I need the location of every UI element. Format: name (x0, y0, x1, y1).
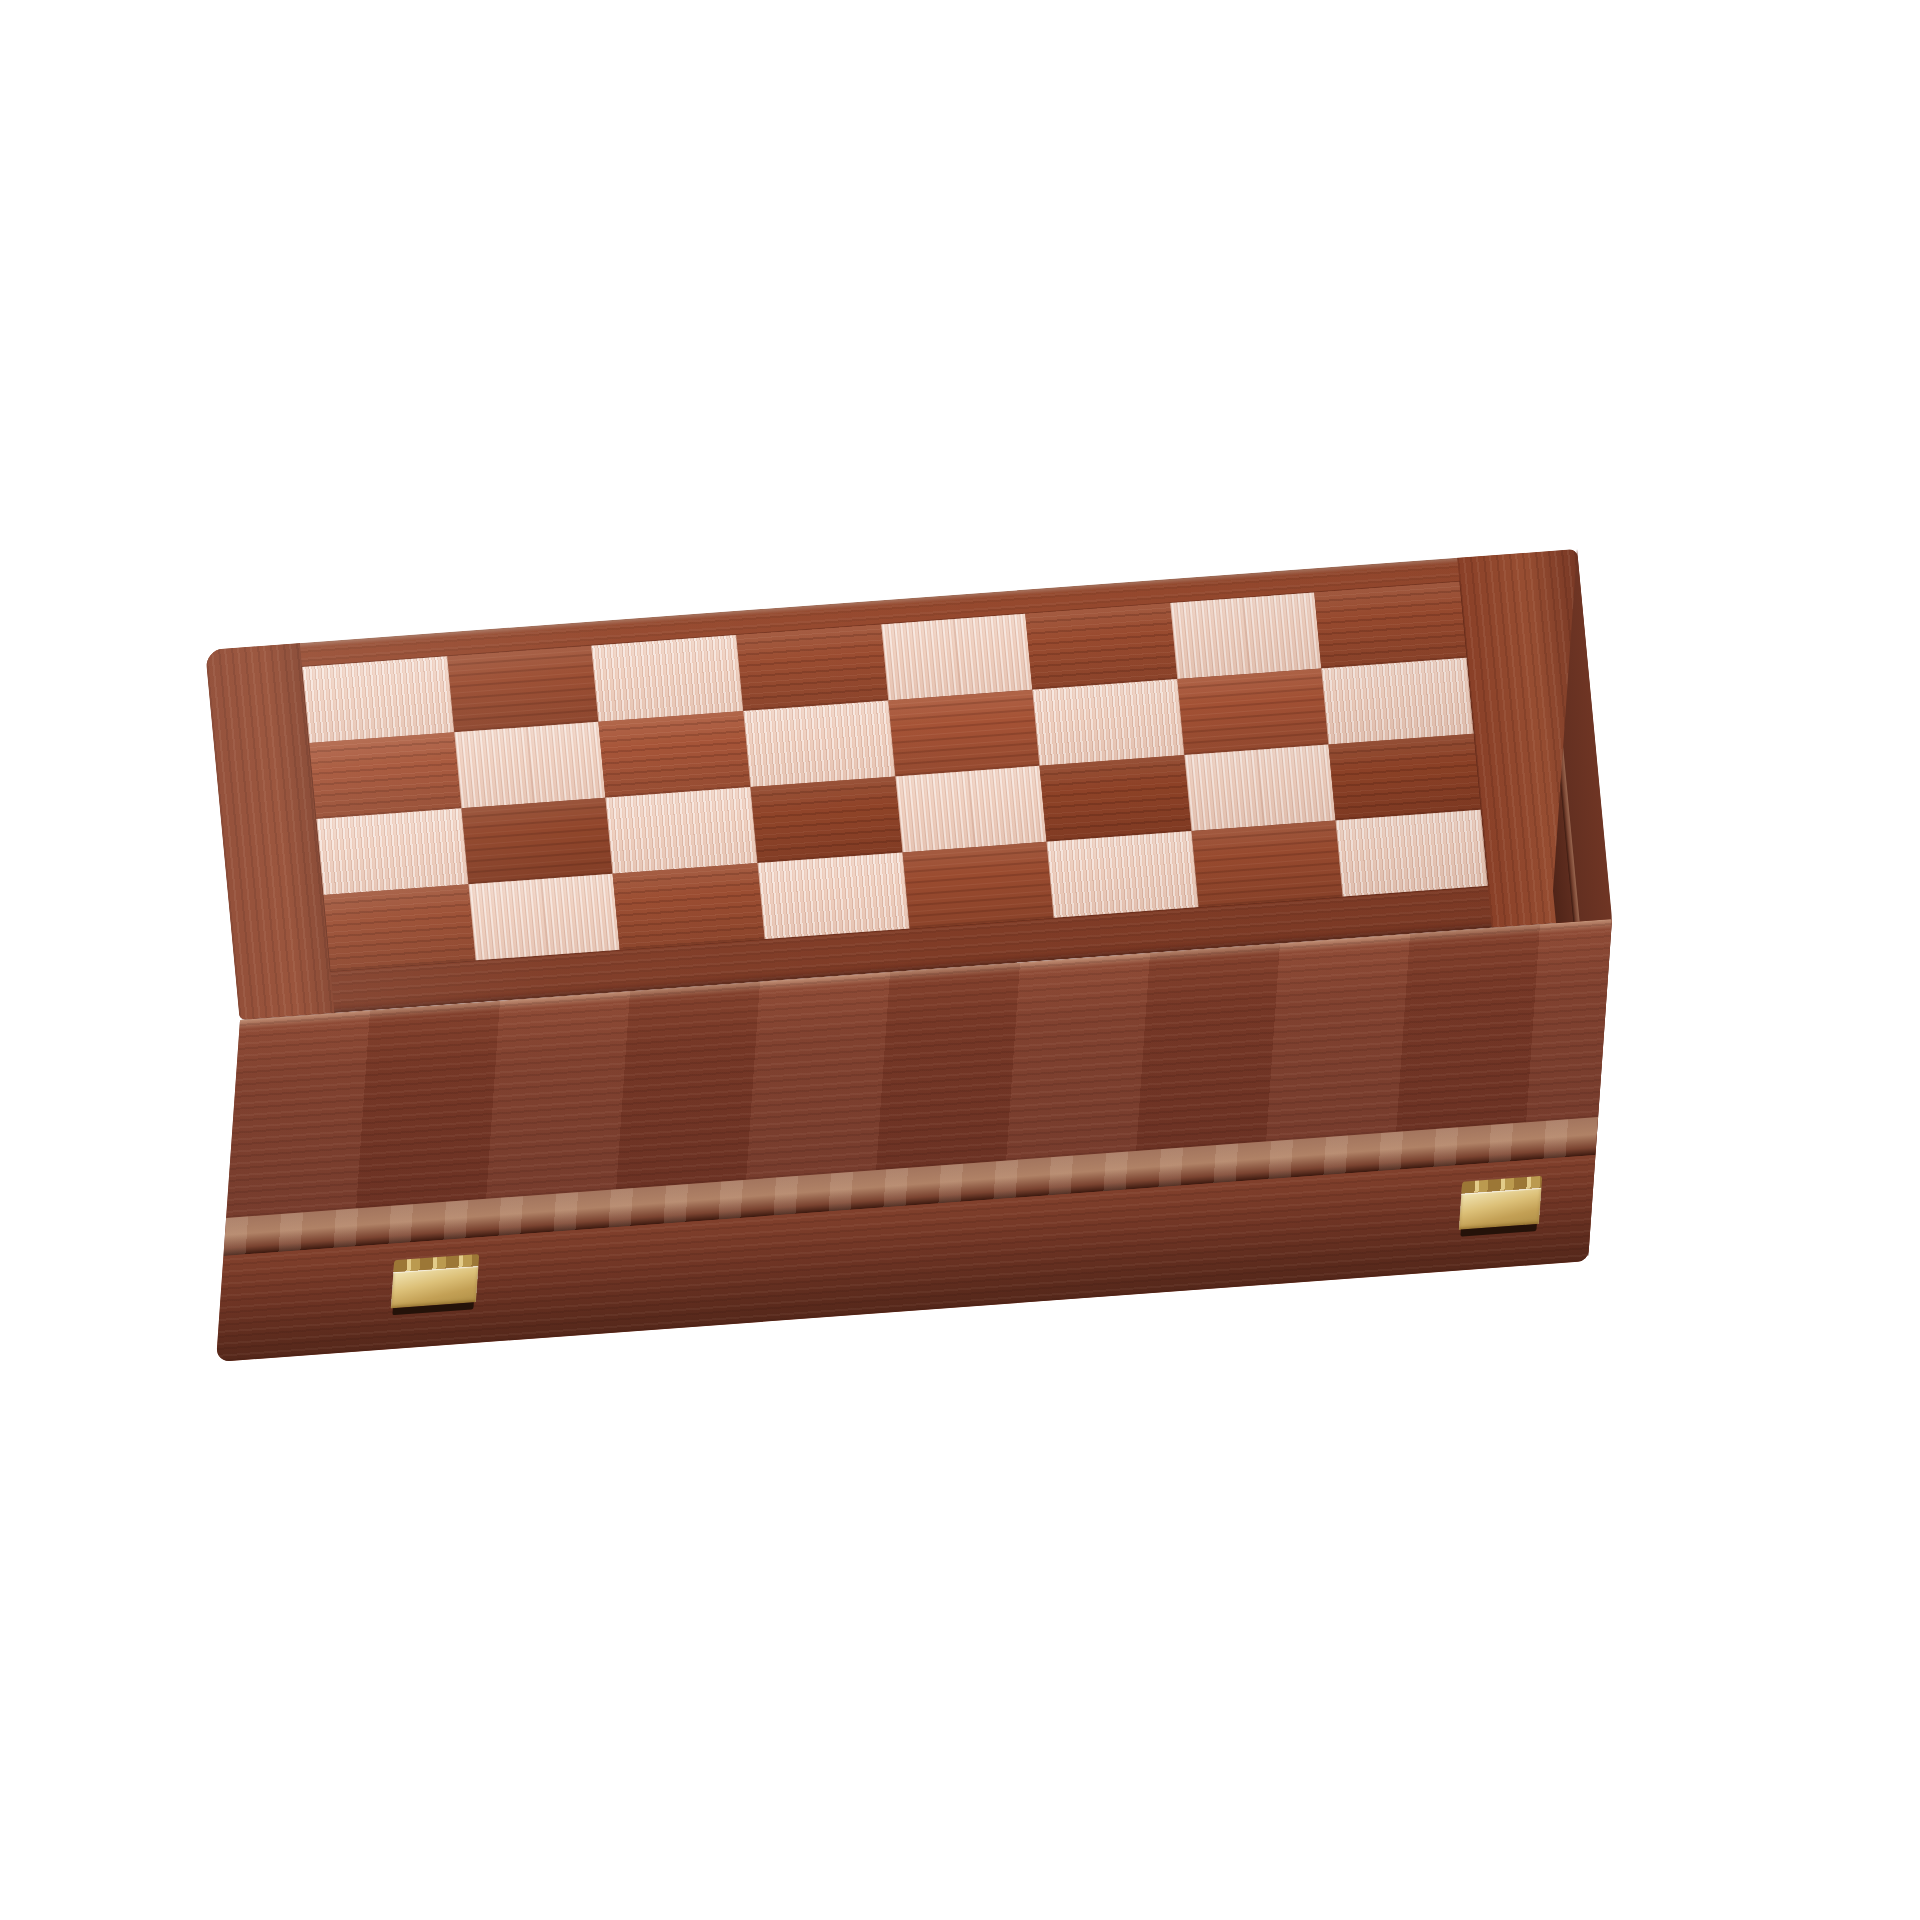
board-square (736, 624, 888, 711)
board-square (1315, 582, 1467, 669)
board-square (1040, 755, 1192, 842)
board-square (324, 884, 476, 971)
board-square (606, 787, 758, 874)
board-square (1032, 679, 1184, 766)
board-square (1047, 831, 1199, 918)
chessboard-half-grid (302, 582, 1487, 971)
board-square (302, 656, 454, 743)
board-square (895, 766, 1047, 853)
board-square (468, 874, 620, 961)
brass-clasp-left (390, 1254, 479, 1315)
board-square (454, 722, 606, 809)
board-square (1322, 658, 1474, 745)
board-square (1336, 810, 1488, 897)
board-square (599, 711, 751, 798)
board-square (743, 700, 895, 787)
board-square (591, 635, 743, 722)
board-square (881, 614, 1033, 701)
board-square (1191, 820, 1343, 907)
board-square (309, 732, 461, 819)
board-square (1184, 744, 1336, 831)
board-square (613, 863, 765, 950)
board-square (757, 852, 909, 939)
board-square (447, 646, 599, 733)
product-photo-stage (0, 0, 1920, 1920)
clasp-plate (1459, 1188, 1542, 1230)
board-square (1177, 668, 1329, 755)
brass-clasp-right (1458, 1176, 1542, 1237)
board-square (750, 776, 902, 863)
board-square (1170, 592, 1322, 679)
board-square (902, 842, 1054, 929)
board-square (888, 690, 1040, 777)
board-square (461, 798, 613, 885)
board-square (316, 808, 468, 895)
board-square (1329, 734, 1481, 821)
board-square (1025, 603, 1177, 690)
